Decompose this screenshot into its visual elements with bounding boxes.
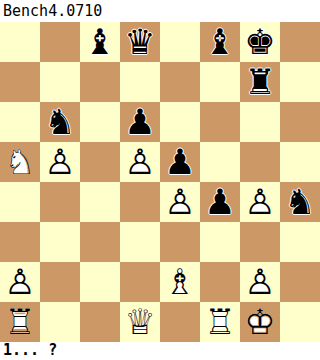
square-a4[interactable] <box>0 182 40 222</box>
square-b4[interactable] <box>40 182 80 222</box>
square-b2[interactable] <box>40 262 80 302</box>
black-pawn-icon: ♟ <box>200 182 240 222</box>
square-h8[interactable] <box>280 22 320 62</box>
square-d1[interactable]: ♛♕ <box>120 302 160 342</box>
square-a5[interactable]: ♞♘ <box>0 142 40 182</box>
white-bishop-icon: ♝♗ <box>160 262 200 302</box>
square-h6[interactable] <box>280 102 320 142</box>
square-a8[interactable] <box>0 22 40 62</box>
square-f4[interactable]: ♟ <box>200 182 240 222</box>
chess-app: Bench4.0710 ♝♛♝♚♜♞♟♞♘♟♙♟♙♟♟♙♟♟♙♞♟♙♝♗♟♙♜♖… <box>0 0 320 360</box>
square-f5[interactable] <box>200 142 240 182</box>
square-b1[interactable] <box>40 302 80 342</box>
square-g8[interactable]: ♚ <box>240 22 280 62</box>
white-queen-icon: ♛♕ <box>120 302 160 342</box>
square-g2[interactable]: ♟♙ <box>240 262 280 302</box>
square-b6[interactable]: ♞ <box>40 102 80 142</box>
white-rook-icon: ♜♖ <box>200 302 240 342</box>
square-g3[interactable] <box>240 222 280 262</box>
black-knight-icon: ♞ <box>40 102 80 142</box>
square-d2[interactable] <box>120 262 160 302</box>
black-pawn-icon: ♟ <box>160 142 200 182</box>
window-title: Bench4.0710 <box>0 0 320 22</box>
white-pawn-icon: ♟♙ <box>240 182 280 222</box>
white-pawn-icon: ♟♙ <box>40 142 80 182</box>
square-b7[interactable] <box>40 62 80 102</box>
square-e4[interactable]: ♟♙ <box>160 182 200 222</box>
square-g1[interactable]: ♚♔ <box>240 302 280 342</box>
square-f2[interactable] <box>200 262 240 302</box>
white-pawn-icon: ♟♙ <box>160 182 200 222</box>
square-c1[interactable] <box>80 302 120 342</box>
move-prompt: 1... ? <box>0 342 320 360</box>
square-a1[interactable]: ♜♖ <box>0 302 40 342</box>
square-a2[interactable]: ♟♙ <box>0 262 40 302</box>
square-h1[interactable] <box>280 302 320 342</box>
black-pawn-icon: ♟ <box>120 102 160 142</box>
square-c4[interactable] <box>80 182 120 222</box>
square-c2[interactable] <box>80 262 120 302</box>
white-pawn-icon: ♟♙ <box>0 262 40 302</box>
square-c8[interactable]: ♝ <box>80 22 120 62</box>
chess-board: ♝♛♝♚♜♞♟♞♘♟♙♟♙♟♟♙♟♟♙♞♟♙♝♗♟♙♜♖♛♕♜♖♚♔ <box>0 22 320 342</box>
square-d7[interactable] <box>120 62 160 102</box>
square-g6[interactable] <box>240 102 280 142</box>
square-e2[interactable]: ♝♗ <box>160 262 200 302</box>
square-g5[interactable] <box>240 142 280 182</box>
square-g7[interactable]: ♜ <box>240 62 280 102</box>
square-a3[interactable] <box>0 222 40 262</box>
square-f3[interactable] <box>200 222 240 262</box>
square-e1[interactable] <box>160 302 200 342</box>
black-king-icon: ♚ <box>240 22 280 62</box>
square-e7[interactable] <box>160 62 200 102</box>
black-queen-icon: ♛ <box>120 22 160 62</box>
white-king-icon: ♚♔ <box>240 302 280 342</box>
white-pawn-icon: ♟♙ <box>240 262 280 302</box>
square-h7[interactable] <box>280 62 320 102</box>
square-h3[interactable] <box>280 222 320 262</box>
black-bishop-icon: ♝ <box>80 22 120 62</box>
square-c6[interactable] <box>80 102 120 142</box>
square-c7[interactable] <box>80 62 120 102</box>
square-b5[interactable]: ♟♙ <box>40 142 80 182</box>
square-b8[interactable] <box>40 22 80 62</box>
square-h2[interactable] <box>280 262 320 302</box>
square-d4[interactable] <box>120 182 160 222</box>
square-d5[interactable]: ♟♙ <box>120 142 160 182</box>
square-e5[interactable]: ♟ <box>160 142 200 182</box>
square-a6[interactable] <box>0 102 40 142</box>
square-f1[interactable]: ♜♖ <box>200 302 240 342</box>
square-a7[interactable] <box>0 62 40 102</box>
square-e6[interactable] <box>160 102 200 142</box>
black-rook-icon: ♜ <box>240 62 280 102</box>
square-b3[interactable] <box>40 222 80 262</box>
square-d8[interactable]: ♛ <box>120 22 160 62</box>
square-c3[interactable] <box>80 222 120 262</box>
black-bishop-icon: ♝ <box>200 22 240 62</box>
white-knight-icon: ♞♘ <box>0 142 40 182</box>
white-rook-icon: ♜♖ <box>0 302 40 342</box>
square-f6[interactable] <box>200 102 240 142</box>
white-pawn-icon: ♟♙ <box>120 142 160 182</box>
square-f7[interactable] <box>200 62 240 102</box>
square-e3[interactable] <box>160 222 200 262</box>
black-knight-icon: ♞ <box>280 182 320 222</box>
square-e8[interactable] <box>160 22 200 62</box>
square-f8[interactable]: ♝ <box>200 22 240 62</box>
square-h4[interactable]: ♞ <box>280 182 320 222</box>
square-d3[interactable] <box>120 222 160 262</box>
square-g4[interactable]: ♟♙ <box>240 182 280 222</box>
square-c5[interactable] <box>80 142 120 182</box>
square-d6[interactable]: ♟ <box>120 102 160 142</box>
square-h5[interactable] <box>280 142 320 182</box>
